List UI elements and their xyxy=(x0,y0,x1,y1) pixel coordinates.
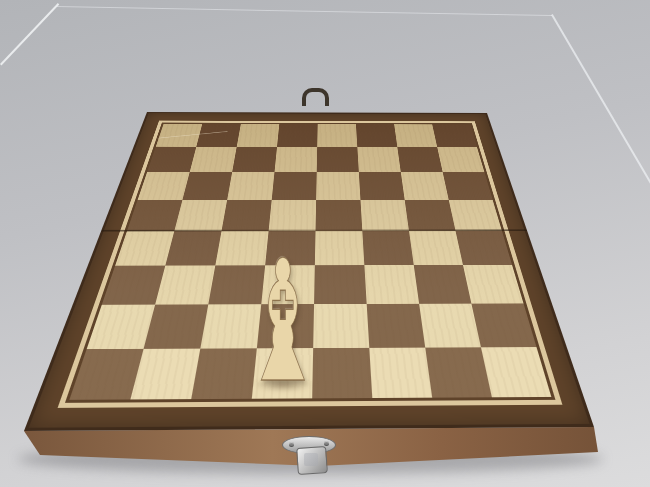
square-h8[interactable] xyxy=(432,124,477,147)
square-b2[interactable] xyxy=(144,304,209,348)
square-c7[interactable] xyxy=(232,147,277,172)
square-d6[interactable] xyxy=(272,172,317,200)
scene: ♝ xyxy=(0,0,650,487)
square-d8[interactable] xyxy=(277,124,318,147)
square-d7[interactable] xyxy=(274,147,317,172)
piece-white-bishop[interactable]: ♝ xyxy=(242,224,325,420)
square-f6[interactable] xyxy=(359,172,405,200)
square-h4[interactable] xyxy=(455,231,512,265)
square-a6[interactable] xyxy=(138,172,190,200)
square-g3[interactable] xyxy=(414,265,472,304)
tile-grout-line xyxy=(0,3,59,65)
clasp-screw-icon xyxy=(289,442,294,447)
square-h6[interactable] xyxy=(443,172,493,200)
square-f5[interactable] xyxy=(360,200,408,231)
square-b7[interactable] xyxy=(190,147,237,172)
square-g6[interactable] xyxy=(401,172,449,200)
square-c8[interactable] xyxy=(237,124,280,147)
square-e6[interactable] xyxy=(316,172,360,200)
square-e8[interactable] xyxy=(317,124,357,147)
square-g2[interactable] xyxy=(419,304,481,348)
square-b1[interactable] xyxy=(130,349,200,400)
clasp-buckle-hole xyxy=(304,453,318,466)
square-b4[interactable] xyxy=(165,231,221,266)
square-b8[interactable] xyxy=(196,124,241,147)
square-f3[interactable] xyxy=(364,265,419,304)
square-g8[interactable] xyxy=(394,124,437,147)
square-c6[interactable] xyxy=(227,172,274,200)
tile-grout-line xyxy=(56,6,552,16)
square-f2[interactable] xyxy=(367,304,426,348)
square-b5[interactable] xyxy=(174,200,227,231)
square-e7[interactable] xyxy=(317,147,359,172)
square-a5[interactable] xyxy=(127,200,182,231)
square-b6[interactable] xyxy=(182,172,232,200)
clasp-screw-icon xyxy=(324,441,329,446)
square-b3[interactable] xyxy=(155,265,215,304)
square-h5[interactable] xyxy=(449,200,502,231)
square-f7[interactable] xyxy=(357,147,400,172)
square-a7[interactable] xyxy=(147,147,196,172)
tile-grout-line xyxy=(551,14,650,184)
square-f1[interactable] xyxy=(369,348,432,398)
square-f8[interactable] xyxy=(356,124,397,147)
square-f4[interactable] xyxy=(362,231,413,265)
square-g4[interactable] xyxy=(409,231,463,265)
hinge-ring-icon xyxy=(302,88,329,106)
square-h7[interactable] xyxy=(437,147,484,172)
square-g7[interactable] xyxy=(397,147,442,172)
square-g5[interactable] xyxy=(405,200,456,231)
